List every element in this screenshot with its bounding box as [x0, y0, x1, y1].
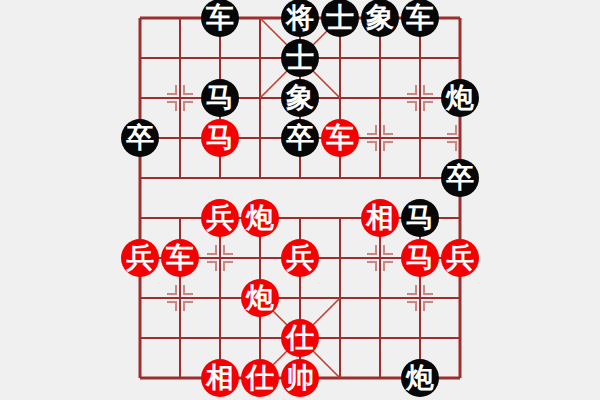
piece-black-elephant[interactable]: 象: [281, 79, 319, 117]
point-marker: [407, 302, 416, 311]
piece-red-soldier[interactable]: 兵: [441, 239, 479, 277]
piece-red-horse[interactable]: 马: [201, 119, 239, 157]
piece-red-elephant[interactable]: 相: [361, 199, 399, 237]
piece-red-advisor[interactable]: 仕: [281, 319, 319, 357]
piece-red-advisor[interactable]: 仕: [241, 359, 279, 397]
piece-red-chariot[interactable]: 车: [161, 239, 199, 277]
piece-black-advisor[interactable]: 士: [281, 39, 319, 77]
point-marker: [424, 102, 433, 111]
piece-black-chariot[interactable]: 车: [201, 0, 239, 37]
piece-red-soldier[interactable]: 兵: [281, 239, 319, 277]
piece-red-general[interactable]: 帅: [281, 359, 319, 397]
point-marker: [367, 245, 376, 254]
piece-red-soldier[interactable]: 兵: [201, 199, 239, 237]
point-marker: [167, 302, 176, 311]
point-marker: [407, 85, 416, 94]
piece-red-soldier[interactable]: 兵: [121, 239, 159, 277]
point-marker: [384, 142, 393, 151]
piece-black-horse[interactable]: 马: [401, 199, 439, 237]
point-marker: [447, 142, 456, 151]
point-marker: [224, 262, 233, 271]
point-marker: [367, 262, 376, 271]
point-marker: [424, 85, 433, 94]
point-marker: [224, 245, 233, 254]
point-marker: [407, 102, 416, 111]
point-marker: [424, 285, 433, 294]
point-marker: [184, 85, 193, 94]
piece-black-chariot[interactable]: 车: [401, 0, 439, 37]
piece-black-soldier[interactable]: 卒: [121, 119, 159, 157]
point-marker: [184, 285, 193, 294]
piece-black-soldier[interactable]: 卒: [441, 159, 479, 197]
point-marker: [384, 125, 393, 134]
piece-red-horse[interactable]: 马: [401, 239, 439, 277]
piece-black-elephant[interactable]: 象: [361, 0, 399, 37]
point-marker: [167, 102, 176, 111]
piece-red-cannon[interactable]: 炮: [241, 199, 279, 237]
point-marker: [184, 102, 193, 111]
point-marker: [384, 245, 393, 254]
point-marker: [167, 85, 176, 94]
point-marker: [184, 302, 193, 311]
piece-red-chariot[interactable]: 车: [321, 119, 359, 157]
point-marker: [384, 262, 393, 271]
xiangqi-board[interactable]: 车将士象车士马象炮卒卒卒马炮马车兵炮相兵车兵马兵炮仕相仕帅: [0, 0, 600, 400]
point-marker: [207, 245, 216, 254]
point-marker: [367, 142, 376, 151]
point-marker: [367, 125, 376, 134]
piece-black-cannon[interactable]: 炮: [401, 359, 439, 397]
piece-black-cannon[interactable]: 炮: [441, 79, 479, 117]
piece-red-cannon[interactable]: 炮: [241, 279, 279, 317]
point-marker: [167, 285, 176, 294]
point-marker: [447, 125, 456, 134]
point-marker: [207, 262, 216, 271]
piece-black-advisor[interactable]: 士: [321, 0, 359, 37]
point-marker: [407, 285, 416, 294]
point-marker: [424, 302, 433, 311]
piece-black-soldier[interactable]: 卒: [281, 119, 319, 157]
piece-red-elephant[interactable]: 相: [201, 359, 239, 397]
piece-black-horse[interactable]: 马: [201, 79, 239, 117]
piece-black-general[interactable]: 将: [281, 0, 319, 37]
